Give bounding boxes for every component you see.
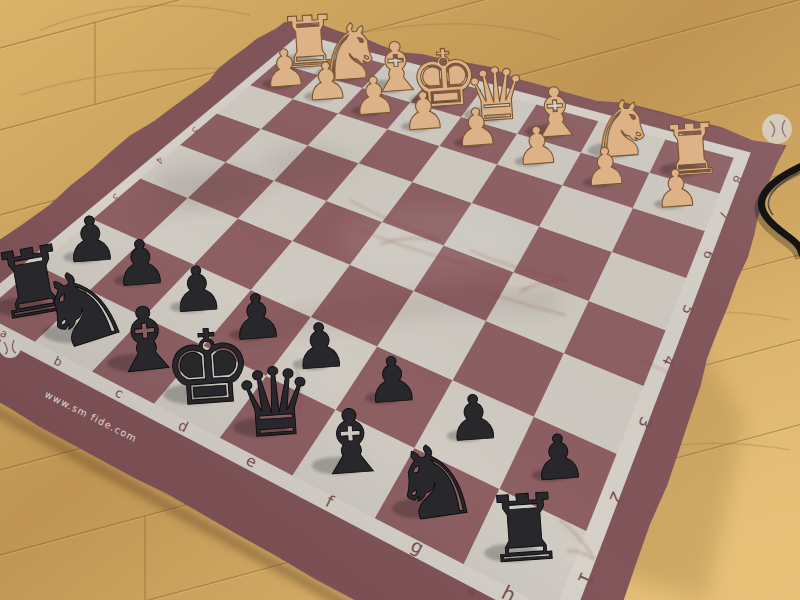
piece-black-bishop-f1: ♝ bbox=[308, 389, 393, 496]
fide-logo-corner-h8 bbox=[762, 114, 792, 144]
piece-white-pawn-g7: ♟ bbox=[581, 136, 631, 198]
piece-white-pawn-f7: ♟ bbox=[513, 115, 563, 177]
scene: abcdefgh87654321345bwww.sm fide.com♜♞♝♚♛… bbox=[0, 0, 800, 600]
piece-white-pawn-d7: ♟ bbox=[399, 80, 449, 142]
chessboard-photo: abcdefgh87654321345bwww.sm fide.com♜♞♝♚♛… bbox=[0, 0, 800, 600]
piece-black-queen-e1: ♛ bbox=[229, 345, 320, 460]
piece-white-pawn-h7: ♟ bbox=[652, 158, 702, 220]
piece-white-pawn-e7: ♟ bbox=[452, 96, 502, 158]
piece-black-rook-h1: ♜ bbox=[480, 473, 569, 583]
piece-white-pawn-c7: ♟ bbox=[349, 65, 399, 127]
piece-white-pawn-b7: ♟ bbox=[302, 50, 352, 112]
piece-black-knight-g1: ♞ bbox=[382, 419, 486, 545]
